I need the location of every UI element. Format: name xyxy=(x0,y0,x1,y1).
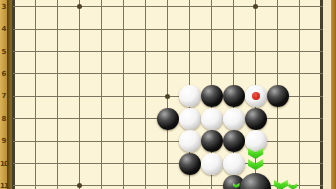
row-label: 10 xyxy=(0,160,7,168)
stone-black[interactable] xyxy=(179,153,201,175)
stone-white[interactable] xyxy=(179,108,201,130)
game-board[interactable]: 34567891011 xyxy=(0,0,336,189)
row-label: 8 xyxy=(0,115,7,123)
red-dot-marker xyxy=(252,92,260,100)
stone-white[interactable] xyxy=(201,153,223,175)
board-frame-right-highlight xyxy=(323,0,331,189)
star-point xyxy=(77,183,82,188)
row-label: 7 xyxy=(0,92,7,100)
board-frame-right-wood xyxy=(331,0,336,189)
row-label: 3 xyxy=(0,3,7,11)
row-label: 6 xyxy=(0,70,7,78)
grid-line xyxy=(13,141,323,142)
star-point xyxy=(253,4,258,9)
stone-black-large[interactable] xyxy=(240,173,271,189)
grid-line xyxy=(13,51,323,52)
stone-black[interactable] xyxy=(245,108,267,130)
row-label: 11 xyxy=(0,182,7,189)
stone-white[interactable] xyxy=(223,108,245,130)
stone-black[interactable] xyxy=(223,85,245,107)
stone-white[interactable] xyxy=(201,108,223,130)
stone-black[interactable] xyxy=(267,85,289,107)
hint-arrow-icon xyxy=(288,183,297,189)
grid-line xyxy=(13,73,323,74)
stone-black[interactable] xyxy=(201,130,223,152)
stone-black[interactable] xyxy=(223,130,245,152)
star-point xyxy=(165,94,170,99)
star-point xyxy=(77,4,82,9)
stone-white[interactable] xyxy=(223,153,245,175)
row-label: 4 xyxy=(0,25,7,33)
stone-black[interactable] xyxy=(201,85,223,107)
stone-white[interactable] xyxy=(179,85,201,107)
stone-white[interactable] xyxy=(179,130,201,152)
stone-white[interactable] xyxy=(245,130,267,152)
stone-black[interactable] xyxy=(157,108,179,130)
grid-line xyxy=(13,29,323,30)
row-label: 9 xyxy=(0,137,7,145)
row-label: 5 xyxy=(0,48,7,56)
grid-line xyxy=(13,6,323,7)
hint-arrow-icon xyxy=(274,180,288,189)
grid-line xyxy=(13,163,323,164)
